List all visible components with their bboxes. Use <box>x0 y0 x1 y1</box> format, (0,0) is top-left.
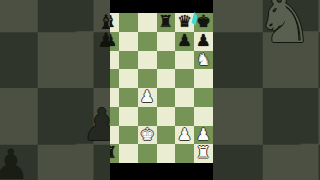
square-d6[interactable] <box>157 51 176 70</box>
square-a3[interactable] <box>110 107 119 126</box>
square-b8[interactable] <box>119 13 138 32</box>
square-b2[interactable] <box>119 126 138 145</box>
square-a5[interactable] <box>110 69 119 88</box>
square-e6[interactable] <box>175 51 194 70</box>
black-bishop-a8[interactable]: ♝ <box>110 13 119 32</box>
square-d3[interactable] <box>157 107 176 126</box>
square-d7[interactable] <box>157 32 176 51</box>
square-f5[interactable] <box>194 69 213 88</box>
square-c6[interactable] <box>138 51 157 70</box>
square-d1[interactable] <box>157 144 176 163</box>
white-rook-f1[interactable]: ♜ <box>194 144 213 163</box>
square-d5[interactable] <box>157 69 176 88</box>
video-frame: ♞♝♟♟♟ ♝♜♛♚♟♟♟♞♟♚♟♟♜♜ <box>0 0 320 180</box>
square-e5[interactable] <box>175 69 194 88</box>
white-pawn-c4[interactable]: ♟ <box>138 88 157 107</box>
black-rook-d8[interactable]: ♜ <box>157 13 176 32</box>
square-d2[interactable] <box>157 126 176 145</box>
square-b6[interactable] <box>119 51 138 70</box>
white-pawn-e2[interactable]: ♟ <box>175 126 194 145</box>
square-c5[interactable] <box>138 69 157 88</box>
square-e3[interactable] <box>175 107 194 126</box>
black-pawn-a7[interactable]: ♟ <box>110 32 119 51</box>
square-a2[interactable] <box>110 126 119 145</box>
square-b3[interactable] <box>119 107 138 126</box>
square-c1[interactable] <box>138 144 157 163</box>
chess-board: ♝♜♛♚♟♟♟♞♟♚♟♟♜♜ <box>110 13 212 163</box>
square-d4[interactable] <box>157 88 176 107</box>
square-a6[interactable] <box>110 51 119 70</box>
square-a4[interactable] <box>110 88 119 107</box>
square-b5[interactable] <box>119 69 138 88</box>
background-knight: ♞ <box>256 0 313 52</box>
square-b1[interactable] <box>119 144 138 163</box>
white-knight-f6[interactable]: ♞ <box>194 51 213 70</box>
letterbox-bottom <box>110 163 212 180</box>
square-c8[interactable] <box>138 13 157 32</box>
white-king-c2[interactable]: ♚ <box>138 126 157 145</box>
square-e1[interactable] <box>175 144 194 163</box>
black-pawn-e7[interactable]: ♟ <box>175 32 194 51</box>
square-b4[interactable] <box>119 88 138 107</box>
background-pawn-corner: ♟ <box>0 144 30 180</box>
square-c7[interactable] <box>138 32 157 51</box>
square-f4[interactable] <box>194 88 213 107</box>
letterbox-top <box>110 0 212 13</box>
black-queen-e8[interactable]: ♛ <box>175 13 194 32</box>
white-pawn-f2[interactable]: ♟ <box>194 126 213 145</box>
square-f3[interactable] <box>194 107 213 126</box>
black-rook-a1[interactable]: ♜ <box>110 144 119 163</box>
black-pawn-f7[interactable]: ♟ <box>194 32 213 51</box>
square-b7[interactable] <box>119 32 138 51</box>
video-strip: ♝♜♛♚♟♟♟♞♟♚♟♟♜♜ <box>110 0 212 180</box>
square-c3[interactable] <box>138 107 157 126</box>
square-e4[interactable] <box>175 88 194 107</box>
